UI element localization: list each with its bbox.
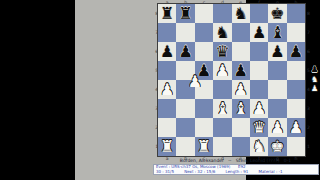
square-f5[interactable] bbox=[250, 61, 268, 80]
black-piece-e5[interactable]: ♟ bbox=[234, 62, 248, 78]
square-b1[interactable] bbox=[176, 137, 194, 156]
square-h1[interactable] bbox=[287, 137, 305, 156]
black-piece-d6[interactable]: ♛ bbox=[215, 43, 229, 59]
square-g1[interactable]: ♚ bbox=[268, 137, 286, 156]
square-g6[interactable]: ♟ bbox=[268, 42, 286, 61]
black-piece-g7[interactable]: ♝ bbox=[270, 24, 284, 40]
black-piece-g8[interactable]: ♚ bbox=[270, 5, 284, 21]
square-g3[interactable] bbox=[268, 99, 286, 118]
square-h5[interactable] bbox=[287, 61, 305, 80]
board-panel: abcdefgh abcdefgh 87654321 87654321 ♜♜♞♚… bbox=[75, 0, 246, 180]
square-d1[interactable] bbox=[213, 137, 231, 156]
white-piece-d3[interactable]: ♝ bbox=[215, 100, 229, 116]
square-c7[interactable] bbox=[195, 23, 213, 42]
rank-label-left-7: 7 bbox=[151, 23, 158, 42]
square-d4[interactable] bbox=[213, 80, 231, 99]
square-b3[interactable] bbox=[176, 99, 194, 118]
moving-white-pawn[interactable]: ♟ bbox=[186, 74, 204, 90]
black-piece-d7[interactable]: ♞ bbox=[215, 24, 229, 40]
white-piece-g1[interactable]: ♚ bbox=[270, 138, 284, 154]
square-d8[interactable] bbox=[213, 4, 231, 23]
white-knight-icon: ♞ bbox=[308, 75, 320, 85]
black-piece-b8[interactable]: ♜ bbox=[178, 5, 192, 21]
captured-pieces-tray: ♟♞♟ bbox=[308, 65, 320, 94]
black-piece-g6[interactable]: ♟ bbox=[270, 43, 284, 59]
rank-label-left-5: 5 bbox=[151, 61, 158, 80]
players-result-line: Borden, Aleksander -- Stein, Leonid (???… bbox=[150, 158, 320, 164]
rank-label-right-3: 3 bbox=[307, 99, 314, 118]
square-h2[interactable]: ♟ bbox=[287, 118, 305, 137]
square-a4[interactable]: ♟ bbox=[158, 80, 176, 99]
rank-label-right-6: 6 bbox=[307, 42, 314, 61]
square-a8[interactable]: ♜ bbox=[158, 4, 176, 23]
square-e8[interactable]: ♞ bbox=[232, 4, 250, 23]
square-e2[interactable] bbox=[232, 118, 250, 137]
rank-label-left-6: 6 bbox=[151, 42, 158, 61]
rank-label-right-1: 1 bbox=[307, 137, 314, 156]
square-h6[interactable]: ♟ bbox=[287, 42, 305, 61]
square-b7[interactable] bbox=[176, 23, 194, 42]
black-piece-e8[interactable]: ♞ bbox=[234, 5, 248, 21]
square-h7[interactable] bbox=[287, 23, 305, 42]
white-piece-f1[interactable]: ♞ bbox=[252, 138, 266, 154]
square-e3[interactable]: ♝ bbox=[232, 99, 250, 118]
white-piece-a1[interactable]: ♜ bbox=[160, 138, 174, 154]
square-f4[interactable] bbox=[250, 80, 268, 99]
rank-label-left-2: 2 bbox=[151, 118, 158, 137]
black-piece-b6[interactable]: ♟ bbox=[178, 43, 192, 59]
square-a3[interactable] bbox=[158, 99, 176, 118]
square-f8[interactable] bbox=[250, 4, 268, 23]
square-h4[interactable] bbox=[287, 80, 305, 99]
square-c2[interactable] bbox=[195, 118, 213, 137]
square-e5[interactable]: ♟ bbox=[232, 61, 250, 80]
square-c1[interactable]: ♜ bbox=[195, 137, 213, 156]
rank-label-left-3: 3 bbox=[151, 99, 158, 118]
square-a1[interactable]: ♜ bbox=[158, 137, 176, 156]
square-g7[interactable]: ♝ bbox=[268, 23, 286, 42]
rank-label-left-8: 8 bbox=[151, 4, 158, 23]
status-line: 30 : 31/5 Next : 32 : 15/6 Length : 91 M… bbox=[154, 170, 318, 175]
square-h3[interactable] bbox=[287, 99, 305, 118]
white-piece-f2[interactable]: ♛ bbox=[252, 119, 266, 135]
rank-label-left-1: 1 bbox=[151, 137, 158, 156]
square-e1[interactable] bbox=[232, 137, 250, 156]
square-d3[interactable]: ♝ bbox=[213, 99, 231, 118]
square-b2[interactable] bbox=[176, 118, 194, 137]
square-a2[interactable] bbox=[158, 118, 176, 137]
white-piece-a4[interactable]: ♟ bbox=[160, 81, 174, 97]
white-piece-e3[interactable]: ♝ bbox=[234, 100, 248, 116]
rank-labels-left: 87654321 bbox=[151, 4, 158, 156]
square-d6[interactable]: ♛ bbox=[213, 42, 231, 61]
square-g8[interactable]: ♚ bbox=[268, 4, 286, 23]
square-a7[interactable] bbox=[158, 23, 176, 42]
square-g5[interactable] bbox=[268, 61, 286, 80]
rank-label-right-7: 7 bbox=[307, 23, 314, 42]
square-f6[interactable] bbox=[250, 42, 268, 61]
black-piece-h6[interactable]: ♟ bbox=[289, 43, 303, 59]
square-f2[interactable]: ♛ bbox=[250, 118, 268, 137]
square-e7[interactable] bbox=[232, 23, 250, 42]
white-piece-g2[interactable]: ♟ bbox=[270, 119, 284, 135]
square-h8[interactable] bbox=[287, 4, 305, 23]
black-piece-a6[interactable]: ♟ bbox=[160, 43, 174, 59]
square-a5[interactable] bbox=[158, 61, 176, 80]
black-pawn-icon: ♟ bbox=[308, 65, 320, 75]
white-piece-c1[interactable]: ♜ bbox=[197, 138, 211, 154]
game-info-box: Event : URS-ch37 Os, Moscow (1969) E92 3… bbox=[153, 164, 319, 175]
square-c8[interactable] bbox=[195, 4, 213, 23]
rank-label-right-2: 2 bbox=[307, 118, 314, 137]
square-e6[interactable] bbox=[232, 42, 250, 61]
black-piece-f7[interactable]: ♟ bbox=[252, 24, 266, 40]
square-f1[interactable]: ♞ bbox=[250, 137, 268, 156]
white-piece-d5[interactable]: ♟ bbox=[215, 62, 229, 78]
white-pawn-icon: ♟ bbox=[308, 84, 320, 94]
square-f7[interactable]: ♟ bbox=[250, 23, 268, 42]
square-f3[interactable]: ♟ bbox=[250, 99, 268, 118]
square-d2[interactable] bbox=[213, 118, 231, 137]
app-window: { "game": "chess", "board": { "files": [… bbox=[0, 0, 320, 180]
square-a6[interactable]: ♟ bbox=[158, 42, 176, 61]
square-b8[interactable]: ♜ bbox=[176, 4, 194, 23]
square-d7[interactable]: ♞ bbox=[213, 23, 231, 42]
square-g4[interactable] bbox=[268, 80, 286, 99]
square-g2[interactable]: ♟ bbox=[268, 118, 286, 137]
square-b6[interactable]: ♟ bbox=[176, 42, 194, 61]
black-piece-a8[interactable]: ♜ bbox=[160, 5, 174, 21]
white-piece-e4[interactable]: ♟ bbox=[234, 81, 248, 97]
white-piece-h2[interactable]: ♟ bbox=[289, 119, 303, 135]
rank-label-right-8: 8 bbox=[307, 4, 314, 23]
rank-label-left-4: 4 bbox=[151, 80, 158, 99]
square-c6[interactable] bbox=[195, 42, 213, 61]
white-piece-f3[interactable]: ♟ bbox=[252, 100, 266, 116]
chess-board[interactable]: ♜♜♞♚♞♟♝♟♟♛♟♟♟♟♟♟♟♝♝♟♛♟♟♜♜♞♚ bbox=[158, 4, 305, 156]
square-c3[interactable] bbox=[195, 99, 213, 118]
square-e4[interactable]: ♟ bbox=[232, 80, 250, 99]
square-d5[interactable]: ♟ bbox=[213, 61, 231, 80]
